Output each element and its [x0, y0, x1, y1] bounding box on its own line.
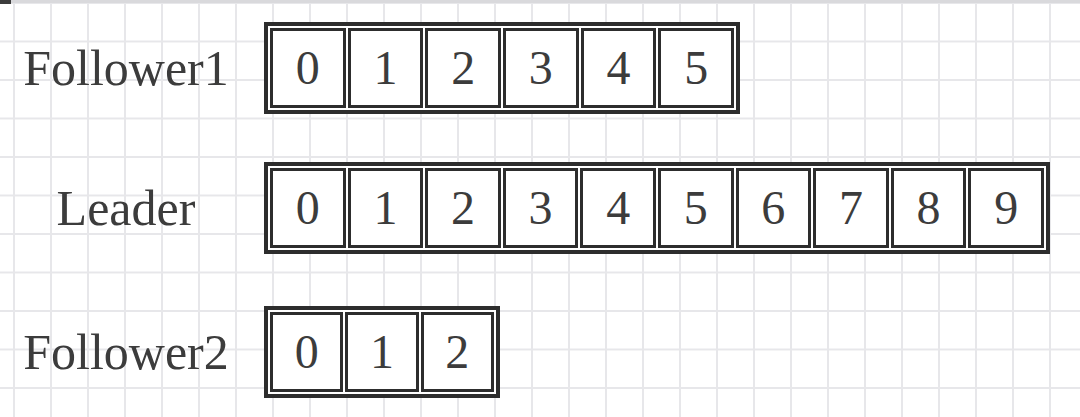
log-cell: 0: [270, 312, 343, 392]
log-cell: 6: [736, 168, 812, 248]
row-label-leader: Leader: [0, 162, 252, 254]
log-cell: 9: [968, 168, 1044, 248]
row-label-follower2: Follower2: [0, 306, 252, 398]
log-cell: 5: [658, 168, 734, 248]
log-cell: 4: [580, 168, 656, 248]
row-label-follower1: Follower1: [0, 22, 252, 114]
crop-artifact-mark: [0, 0, 11, 4]
grid-heavy-top-line: [0, 0, 1080, 3]
log-cell: 3: [503, 28, 579, 108]
log-cell: 5: [658, 28, 734, 108]
log-cell: 1: [348, 28, 424, 108]
log-cell: 1: [348, 168, 424, 248]
log-array-follower2: 012: [264, 306, 500, 398]
log-row-follower2: Follower2012: [0, 306, 1080, 398]
log-cell: 4: [581, 28, 657, 108]
log-row-leader: Leader0123456789: [0, 162, 1080, 254]
log-cell: 8: [891, 168, 967, 248]
log-array-leader: 0123456789: [264, 162, 1050, 254]
log-cell: 2: [425, 168, 501, 248]
log-cell: 0: [270, 28, 346, 108]
log-cell: 2: [425, 28, 501, 108]
log-row-follower1: Follower1012345: [0, 22, 1080, 114]
log-cell: 2: [421, 312, 494, 392]
diagram-canvas: Follower1012345Leader0123456789Follower2…: [0, 0, 1080, 417]
log-cell: 1: [345, 312, 418, 392]
log-cell: 3: [503, 168, 579, 248]
log-cell: 0: [270, 168, 346, 248]
log-cell: 7: [813, 168, 889, 248]
log-array-follower1: 012345: [264, 22, 740, 114]
